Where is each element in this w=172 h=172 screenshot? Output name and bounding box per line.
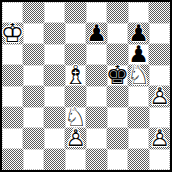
square-f5[interactable]: ♚: [107, 65, 128, 86]
square-g8[interactable]: [128, 2, 149, 23]
white-bishop-fill: ♝: [64, 64, 87, 85]
square-b3[interactable]: [23, 107, 44, 128]
square-b7[interactable]: [23, 23, 44, 44]
square-f3[interactable]: [107, 107, 128, 128]
square-h4[interactable]: ♟♙: [149, 86, 170, 107]
square-c5[interactable]: [44, 65, 65, 86]
white-bishop-piece: ♝♗: [65, 65, 86, 86]
square-c6[interactable]: [44, 44, 65, 65]
black-king-glyph: ♚: [106, 64, 129, 85]
square-c3[interactable]: [44, 107, 65, 128]
white-knight-glyph: ♘: [127, 64, 150, 85]
black-pawn-glyph: ♟: [86, 23, 107, 44]
black-pawn-piece: ♟: [128, 44, 149, 65]
square-d2[interactable]: ♟♙: [65, 128, 86, 149]
square-c2[interactable]: [44, 128, 65, 149]
square-a2[interactable]: [2, 128, 23, 149]
square-h5[interactable]: [149, 65, 170, 86]
white-pawn-fill: ♟: [149, 86, 170, 107]
square-d7[interactable]: [65, 23, 86, 44]
square-f1[interactable]: [107, 149, 128, 170]
square-c8[interactable]: [44, 2, 65, 23]
white-pawn-piece: ♟♙: [149, 86, 170, 107]
square-a8[interactable]: [2, 2, 23, 23]
square-h7[interactable]: [149, 23, 170, 44]
square-a5[interactable]: [2, 65, 23, 86]
black-pawn-glyph: ♟: [128, 23, 149, 44]
square-a3[interactable]: [2, 107, 23, 128]
white-pawn-glyph: ♙: [149, 128, 170, 149]
white-king-fill: ♚: [1, 22, 24, 43]
square-g1[interactable]: [128, 149, 149, 170]
square-g2[interactable]: [128, 128, 149, 149]
square-b5[interactable]: [23, 65, 44, 86]
square-f4[interactable]: [107, 86, 128, 107]
square-c1[interactable]: [44, 149, 65, 170]
black-pawn-piece: ♟: [86, 23, 107, 44]
square-e6[interactable]: [86, 44, 107, 65]
square-h1[interactable]: [149, 149, 170, 170]
square-a7[interactable]: ♚♔: [2, 23, 23, 44]
square-c4[interactable]: [44, 86, 65, 107]
white-pawn-fill: ♟: [149, 128, 170, 149]
square-f8[interactable]: [107, 2, 128, 23]
square-e4[interactable]: [86, 86, 107, 107]
square-e5[interactable]: [86, 65, 107, 86]
white-knight-piece: ♞♘: [128, 65, 149, 86]
square-g7[interactable]: ♟: [128, 23, 149, 44]
white-knight-glyph: ♘: [64, 106, 87, 127]
white-knight-piece: ♞♘: [65, 107, 86, 128]
black-pawn-piece: ♟: [128, 23, 149, 44]
square-d8[interactable]: [65, 2, 86, 23]
square-d1[interactable]: [65, 149, 86, 170]
square-c7[interactable]: [44, 23, 65, 44]
white-pawn-fill: ♟: [65, 128, 86, 149]
white-king-glyph: ♔: [1, 22, 24, 43]
white-pawn-piece: ♟♙: [149, 128, 170, 149]
white-pawn-glyph: ♙: [65, 128, 86, 149]
square-e8[interactable]: [86, 2, 107, 23]
square-b4[interactable]: [23, 86, 44, 107]
square-b1[interactable]: [23, 149, 44, 170]
square-h8[interactable]: [149, 2, 170, 23]
square-a1[interactable]: [2, 149, 23, 170]
white-knight-fill: ♞: [64, 106, 87, 127]
square-d6[interactable]: [65, 44, 86, 65]
black-pawn-glyph: ♟: [128, 44, 149, 65]
square-g5[interactable]: ♞♘: [128, 65, 149, 86]
square-a6[interactable]: [2, 44, 23, 65]
square-e2[interactable]: [86, 128, 107, 149]
chess-board: ♚♔♟♟♟♝♗♚♞♘♟♙♞♘♟♙♟♙: [2, 2, 170, 170]
square-a4[interactable]: [2, 86, 23, 107]
white-pawn-piece: ♟♙: [65, 128, 86, 149]
square-g6[interactable]: ♟: [128, 44, 149, 65]
square-h3[interactable]: [149, 107, 170, 128]
square-b6[interactable]: [23, 44, 44, 65]
white-king-piece: ♚♔: [2, 23, 23, 44]
square-e1[interactable]: [86, 149, 107, 170]
square-e7[interactable]: ♟: [86, 23, 107, 44]
square-d3[interactable]: ♞♘: [65, 107, 86, 128]
square-f7[interactable]: [107, 23, 128, 44]
square-h6[interactable]: [149, 44, 170, 65]
white-pawn-glyph: ♙: [149, 86, 170, 107]
black-king-piece: ♚: [107, 65, 128, 86]
white-bishop-glyph: ♗: [64, 64, 87, 85]
square-f2[interactable]: [107, 128, 128, 149]
square-f6[interactable]: [107, 44, 128, 65]
square-b8[interactable]: [23, 2, 44, 23]
square-b2[interactable]: [23, 128, 44, 149]
square-g3[interactable]: [128, 107, 149, 128]
square-e3[interactable]: [86, 107, 107, 128]
square-g4[interactable]: [128, 86, 149, 107]
square-h2[interactable]: ♟♙: [149, 128, 170, 149]
square-d4[interactable]: [65, 86, 86, 107]
square-d5[interactable]: ♝♗: [65, 65, 86, 86]
white-knight-fill: ♞: [127, 64, 150, 85]
chess-board-frame: ♚♔♟♟♟♝♗♚♞♘♟♙♞♘♟♙♟♙: [0, 0, 172, 172]
